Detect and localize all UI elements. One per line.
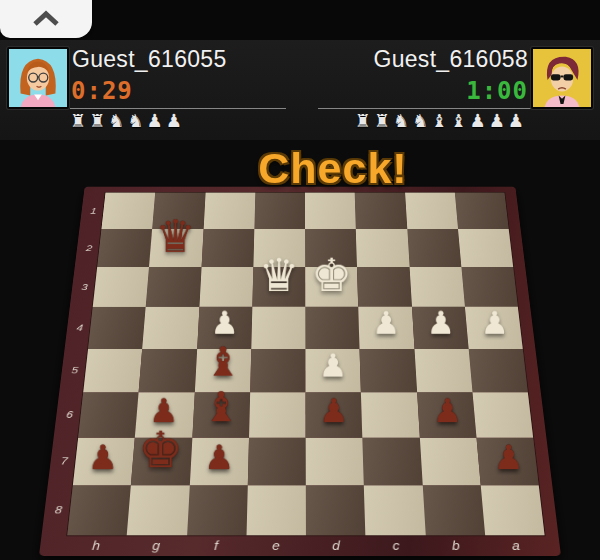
captured-n-icon: ♞ — [393, 111, 412, 131]
captured-pieces-left: ♜♜♞♞♟♟ — [70, 110, 185, 132]
avatar-right-player — [531, 47, 593, 109]
captured-r-icon: ♜ — [374, 111, 393, 131]
piece-wp-a4[interactable]: ♟ — [481, 308, 509, 339]
piece-bq-g2[interactable]: ♛ — [156, 214, 196, 259]
square-f6[interactable]: ♝ — [192, 392, 250, 438]
file-label-g: g — [125, 537, 186, 554]
square-g2[interactable]: ♛ — [149, 229, 203, 267]
square-a7[interactable]: ♟ — [476, 438, 538, 486]
captured-p-icon: ♟ — [489, 111, 508, 131]
file-label-d: d — [306, 537, 366, 554]
square-a6[interactable] — [472, 392, 533, 438]
square-e4[interactable] — [251, 307, 305, 349]
square-d1[interactable] — [305, 193, 356, 230]
square-b3[interactable] — [409, 267, 465, 307]
piece-wp-c4[interactable]: ♟ — [372, 308, 400, 339]
file-label-f: f — [186, 537, 247, 554]
player-divider-left — [70, 108, 286, 109]
captured-b-icon: ♝ — [431, 111, 450, 131]
piece-wk-d3[interactable]: ♚ — [311, 253, 352, 299]
chess-app-screen: Guest_616055 0:29 ♜♜♞♞♟♟ Guest_616058 1:… — [0, 0, 600, 560]
chevron-up-icon — [29, 10, 63, 28]
square-f8[interactable] — [187, 485, 248, 535]
piece-bk-g7[interactable]: ♚ — [139, 425, 184, 475]
captured-p-icon: ♟ — [147, 111, 166, 131]
square-c4[interactable]: ♟ — [358, 307, 414, 349]
check-banner: Check! — [0, 144, 600, 193]
piece-wq-e3[interactable]: ♛ — [258, 253, 299, 299]
piece-bp-b6[interactable]: ♟ — [432, 395, 461, 428]
square-b7[interactable] — [419, 438, 480, 486]
square-e6[interactable] — [249, 392, 306, 438]
square-b2[interactable] — [407, 229, 461, 267]
square-c8[interactable] — [364, 485, 425, 535]
square-e3[interactable]: ♛ — [252, 267, 305, 307]
square-b8[interactable] — [422, 485, 485, 535]
square-c2[interactable] — [356, 229, 409, 267]
rank-label-2: 2 — [79, 229, 99, 267]
square-h5[interactable] — [83, 349, 142, 392]
captured-b-icon: ♝ — [450, 111, 469, 131]
woman-avatar-illustration — [9, 49, 67, 107]
captured-p-icon: ♟ — [166, 111, 185, 131]
captured-n-icon: ♞ — [412, 111, 431, 131]
square-f7[interactable]: ♟ — [189, 438, 248, 486]
captured-p-icon: ♟ — [508, 111, 527, 131]
piece-bb-f6[interactable]: ♝ — [202, 386, 239, 427]
piece-wp-f4[interactable]: ♟ — [210, 308, 238, 339]
square-e7[interactable] — [248, 438, 306, 486]
square-h7[interactable]: ♟ — [73, 438, 135, 486]
square-a3[interactable] — [461, 267, 518, 307]
square-c6[interactable] — [361, 392, 419, 438]
player-divider-right — [318, 108, 545, 109]
piece-bp-f7[interactable]: ♟ — [204, 441, 234, 475]
square-h2[interactable] — [97, 229, 152, 267]
square-b1[interactable] — [405, 193, 458, 230]
file-label-e: e — [246, 537, 306, 554]
captured-pieces-right: ♜♜♞♞♝♝♟♟♟ — [355, 110, 527, 132]
avatar-left-player — [7, 47, 69, 109]
piece-wp-d5[interactable]: ♟ — [319, 350, 348, 382]
rank-label-1: 1 — [84, 193, 103, 230]
file-labels: hgfedcba — [65, 537, 547, 554]
square-h6[interactable] — [78, 392, 139, 438]
rank-label-5: 5 — [64, 349, 86, 392]
square-d6[interactable]: ♟ — [306, 392, 363, 438]
square-g7[interactable]: ♚ — [131, 438, 192, 486]
file-label-a: a — [485, 537, 547, 554]
board-frame: 12345678 ♛♛♚♟♟♟♟♝♟♟♝♟♟♟♚♟♟ hgfedcba — [39, 187, 561, 556]
square-c5[interactable] — [360, 349, 417, 392]
rank-label-6: 6 — [58, 392, 80, 438]
file-label-c: c — [366, 537, 427, 554]
square-b6[interactable]: ♟ — [417, 392, 477, 438]
square-g3[interactable] — [146, 267, 201, 307]
square-d7[interactable] — [306, 438, 364, 486]
square-h3[interactable] — [93, 267, 149, 307]
square-a1[interactable] — [455, 193, 509, 230]
rank-label-3: 3 — [74, 267, 94, 307]
square-f2[interactable] — [201, 229, 254, 267]
square-e1[interactable] — [254, 193, 305, 230]
square-h8[interactable] — [67, 485, 131, 535]
square-a8[interactable] — [480, 485, 544, 535]
piece-bb-f5[interactable]: ♝ — [204, 342, 240, 382]
square-b5[interactable] — [414, 349, 472, 392]
player-clock-right: 1:00 — [466, 77, 528, 105]
player-name-left: Guest_616055 — [72, 46, 227, 73]
player-clock-left: 0:29 — [71, 77, 133, 105]
square-g8[interactable] — [127, 485, 189, 535]
player-name-right: Guest_616058 — [373, 46, 528, 73]
square-h4[interactable] — [88, 307, 146, 349]
file-label-b: b — [425, 537, 486, 554]
man-sunglasses-avatar-illustration — [533, 49, 591, 107]
piece-wp-b4[interactable]: ♟ — [426, 308, 454, 339]
square-d8[interactable] — [306, 485, 366, 535]
captured-p-icon: ♟ — [470, 111, 489, 131]
captured-n-icon: ♞ — [108, 111, 127, 131]
square-d3[interactable]: ♚ — [305, 267, 358, 307]
square-h1[interactable] — [101, 193, 155, 230]
square-e5[interactable] — [250, 349, 306, 392]
square-e8[interactable] — [246, 485, 306, 535]
square-b4[interactable]: ♟ — [412, 307, 469, 349]
square-d4[interactable] — [305, 307, 359, 349]
captured-r-icon: ♜ — [355, 111, 374, 131]
piece-bp-d6[interactable]: ♟ — [319, 395, 348, 428]
board-grid: ♛♛♚♟♟♟♟♝♟♟♝♟♟♟♚♟♟ — [67, 193, 544, 536]
board-scene: 12345678 ♛♛♚♟♟♟♟♝♟♟♝♟♟♟♚♟♟ hgfedcba — [0, 138, 600, 560]
square-c1[interactable] — [355, 193, 407, 230]
rank-label-8: 8 — [47, 485, 70, 535]
top-bar — [0, 0, 600, 40]
piece-bp-a7[interactable]: ♟ — [493, 441, 523, 475]
square-a5[interactable] — [468, 349, 527, 392]
square-f1[interactable] — [203, 193, 255, 230]
square-g5[interactable] — [139, 349, 197, 392]
piece-bp-h7[interactable]: ♟ — [88, 441, 118, 475]
captured-n-icon: ♞ — [127, 111, 146, 131]
rank-label-7: 7 — [53, 438, 76, 486]
square-g4[interactable] — [142, 307, 199, 349]
player-bar: Guest_616055 0:29 ♜♜♞♞♟♟ Guest_616058 1:… — [0, 40, 600, 140]
file-label-h: h — [65, 537, 127, 554]
square-f3[interactable] — [199, 267, 253, 307]
square-d5[interactable]: ♟ — [305, 349, 361, 392]
captured-r-icon: ♜ — [89, 111, 108, 131]
square-a4[interactable]: ♟ — [465, 307, 523, 349]
captured-r-icon: ♜ — [70, 111, 89, 131]
rank-label-4: 4 — [69, 307, 90, 349]
square-a2[interactable] — [458, 229, 513, 267]
square-c7[interactable] — [363, 438, 423, 486]
square-c3[interactable] — [357, 267, 411, 307]
collapse-tab[interactable] — [0, 0, 92, 38]
